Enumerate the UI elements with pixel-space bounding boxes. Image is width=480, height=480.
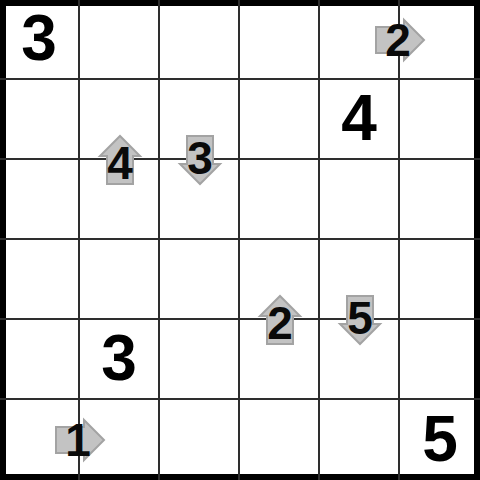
cell-r5c1[interactable] — [0, 320, 80, 400]
cell-r2c6[interactable] — [400, 80, 480, 160]
cell-r1c5[interactable] — [320, 0, 400, 80]
cell-r5c2: 3 — [80, 320, 160, 400]
given-digit: 3 — [21, 6, 57, 70]
puzzle-board: 3435243251 — [0, 0, 480, 480]
cell-r1c4[interactable] — [240, 0, 320, 80]
cell-r6c1[interactable] — [0, 400, 80, 480]
cell-r1c2[interactable] — [80, 0, 160, 80]
cell-r2c4[interactable] — [240, 80, 320, 160]
cell-r2c3[interactable] — [160, 80, 240, 160]
cell-r6c6: 5 — [400, 400, 480, 480]
cell-r4c5[interactable] — [320, 240, 400, 320]
given-digit: 4 — [341, 86, 377, 150]
cell-r4c1[interactable] — [0, 240, 80, 320]
cell-r3c4[interactable] — [240, 160, 320, 240]
cell-r2c5: 4 — [320, 80, 400, 160]
cell-r4c4[interactable] — [240, 240, 320, 320]
cell-r2c2[interactable] — [80, 80, 160, 160]
cell-r4c3[interactable] — [160, 240, 240, 320]
cell-r5c6[interactable] — [400, 320, 480, 400]
given-digit: 3 — [101, 326, 137, 390]
cell-r6c4[interactable] — [240, 400, 320, 480]
cell-r1c1: 3 — [0, 0, 80, 80]
cell-r5c5[interactable] — [320, 320, 400, 400]
cell-r1c6[interactable] — [400, 0, 480, 80]
cell-r6c3[interactable] — [160, 400, 240, 480]
cell-r4c2[interactable] — [80, 240, 160, 320]
cell-r4c6[interactable] — [400, 240, 480, 320]
cell-r3c1[interactable] — [0, 160, 80, 240]
cell-r3c6[interactable] — [400, 160, 480, 240]
cell-r5c3[interactable] — [160, 320, 240, 400]
given-digit: 5 — [422, 407, 458, 471]
cell-r2c1[interactable] — [0, 80, 80, 160]
cell-r3c2[interactable] — [80, 160, 160, 240]
cell-r6c2[interactable] — [80, 400, 160, 480]
cell-r3c3[interactable] — [160, 160, 240, 240]
cell-r1c3[interactable] — [160, 0, 240, 80]
cell-r6c5[interactable] — [320, 400, 400, 480]
cell-r3c5[interactable] — [320, 160, 400, 240]
cell-r5c4[interactable] — [240, 320, 320, 400]
